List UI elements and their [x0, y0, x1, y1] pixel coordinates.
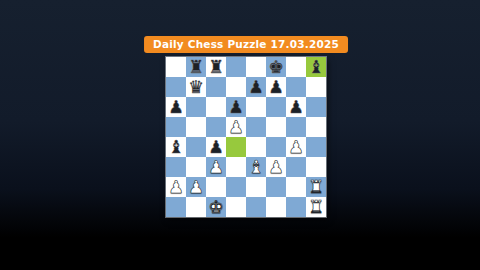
square-e8[interactable]: [246, 57, 266, 77]
square-a6[interactable]: ♟: [166, 97, 186, 117]
square-e1[interactable]: [246, 197, 266, 217]
square-g2[interactable]: [286, 177, 306, 197]
white-bishop-piece[interactable]: ♝: [248, 157, 264, 177]
white-rook-piece[interactable]: ♜: [308, 197, 324, 217]
square-d1[interactable]: [226, 197, 246, 217]
square-h8[interactable]: ♝: [306, 57, 326, 77]
square-g5[interactable]: [286, 117, 306, 137]
square-b4[interactable]: [186, 137, 206, 157]
square-g6[interactable]: ♟: [286, 97, 306, 117]
square-c2[interactable]: [206, 177, 226, 197]
square-c5[interactable]: [206, 117, 226, 137]
square-f6[interactable]: [266, 97, 286, 117]
square-b2[interactable]: ♟: [186, 177, 206, 197]
square-f4[interactable]: [266, 137, 286, 157]
square-c7[interactable]: [206, 77, 226, 97]
square-h4[interactable]: [306, 137, 326, 157]
square-f3[interactable]: ♟: [266, 157, 286, 177]
black-rook-piece[interactable]: ♜: [188, 57, 204, 77]
square-f7[interactable]: ♟: [266, 77, 286, 97]
square-e7[interactable]: ♟: [246, 77, 266, 97]
square-b5[interactable]: [186, 117, 206, 137]
square-d8[interactable]: [226, 57, 246, 77]
chess-board: ♜♜♚♝♛♟♟♟♟♟♟♝♟♟♟♝♟♟♟♜♚♜: [166, 57, 326, 217]
white-rook-piece[interactable]: ♜: [308, 177, 324, 197]
square-f1[interactable]: [266, 197, 286, 217]
square-h6[interactable]: [306, 97, 326, 117]
square-g1[interactable]: [286, 197, 306, 217]
square-e5[interactable]: [246, 117, 266, 137]
square-c3[interactable]: ♟: [206, 157, 226, 177]
square-f2[interactable]: [266, 177, 286, 197]
square-d2[interactable]: [226, 177, 246, 197]
square-e3[interactable]: ♝: [246, 157, 266, 177]
black-rook-piece[interactable]: ♜: [208, 57, 224, 77]
square-g8[interactable]: [286, 57, 306, 77]
black-king-piece[interactable]: ♚: [268, 57, 284, 77]
square-a5[interactable]: [166, 117, 186, 137]
square-b8[interactable]: ♜: [186, 57, 206, 77]
square-h5[interactable]: [306, 117, 326, 137]
square-e2[interactable]: [246, 177, 266, 197]
white-pawn-piece[interactable]: ♟: [228, 117, 244, 137]
square-b7[interactable]: ♛: [186, 77, 206, 97]
square-d5[interactable]: ♟: [226, 117, 246, 137]
square-a4[interactable]: ♝: [166, 137, 186, 157]
black-queen-piece[interactable]: ♛: [188, 77, 204, 97]
black-pawn-piece[interactable]: ♟: [268, 77, 284, 97]
white-pawn-piece[interactable]: ♟: [208, 157, 224, 177]
square-a8[interactable]: [166, 57, 186, 77]
square-c8[interactable]: ♜: [206, 57, 226, 77]
square-d3[interactable]: [226, 157, 246, 177]
white-pawn-piece[interactable]: ♟: [188, 177, 204, 197]
black-bishop-piece[interactable]: ♝: [308, 57, 324, 77]
square-c4[interactable]: ♟: [206, 137, 226, 157]
square-c6[interactable]: [206, 97, 226, 117]
square-a3[interactable]: [166, 157, 186, 177]
square-g4[interactable]: ♟: [286, 137, 306, 157]
square-f5[interactable]: [266, 117, 286, 137]
black-pawn-piece[interactable]: ♟: [168, 97, 184, 117]
square-f8[interactable]: ♚: [266, 57, 286, 77]
square-c1[interactable]: ♚: [206, 197, 226, 217]
square-d4[interactable]: [226, 137, 246, 157]
white-pawn-piece[interactable]: ♟: [268, 157, 284, 177]
square-h3[interactable]: [306, 157, 326, 177]
black-pawn-piece[interactable]: ♟: [228, 97, 244, 117]
square-d7[interactable]: [226, 77, 246, 97]
black-bishop-piece[interactable]: ♝: [168, 137, 184, 157]
black-pawn-piece[interactable]: ♟: [248, 77, 264, 97]
square-b3[interactable]: [186, 157, 206, 177]
square-g3[interactable]: [286, 157, 306, 177]
square-b6[interactable]: [186, 97, 206, 117]
square-e6[interactable]: [246, 97, 266, 117]
square-h7[interactable]: [306, 77, 326, 97]
white-pawn-piece[interactable]: ♟: [168, 177, 184, 197]
square-a7[interactable]: [166, 77, 186, 97]
square-b1[interactable]: [186, 197, 206, 217]
white-pawn-piece[interactable]: ♟: [288, 137, 304, 157]
puzzle-title-banner: Daily Chess Puzzle 17.03.2025: [144, 36, 348, 53]
black-pawn-piece[interactable]: ♟: [288, 97, 304, 117]
square-g7[interactable]: [286, 77, 306, 97]
black-pawn-piece[interactable]: ♟: [208, 137, 224, 157]
white-king-piece[interactable]: ♚: [208, 197, 224, 217]
square-a2[interactable]: ♟: [166, 177, 186, 197]
square-d6[interactable]: ♟: [226, 97, 246, 117]
square-h2[interactable]: ♜: [306, 177, 326, 197]
square-e4[interactable]: [246, 137, 266, 157]
square-a1[interactable]: [166, 197, 186, 217]
square-h1[interactable]: ♜: [306, 197, 326, 217]
